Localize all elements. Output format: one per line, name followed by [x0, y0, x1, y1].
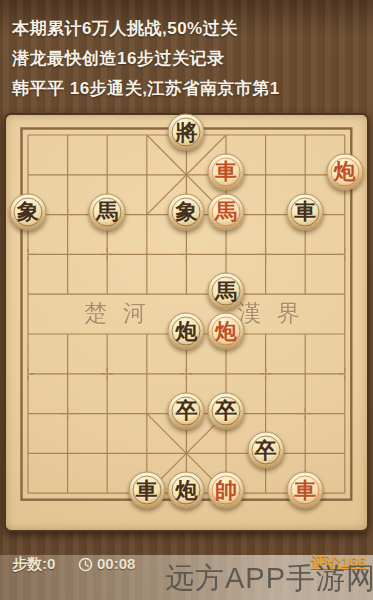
- piece-red-chariot-2[interactable]: 車: [287, 472, 324, 509]
- piece-label: 炮: [175, 479, 197, 501]
- challenge-info: 本期累计6万人挑战,50%过关 潜龙最快创造16步过关记录 韩平平 16步通关,…: [12, 14, 367, 104]
- piece-label: 車: [215, 161, 237, 183]
- piece-black-soldier-1[interactable]: 卒: [168, 392, 205, 429]
- timer-value: 00:08: [97, 555, 135, 572]
- piece-black-chariot-2[interactable]: 車: [128, 472, 165, 509]
- river-label-left: 楚河: [84, 299, 162, 329]
- piece-black-soldier-2[interactable]: 卒: [208, 392, 245, 429]
- piece-black-elephant-1[interactable]: 象: [10, 193, 47, 230]
- piece-label: 車: [136, 479, 158, 501]
- piece-label: 帥: [215, 479, 237, 501]
- piece-red-general[interactable]: 帥: [208, 472, 245, 509]
- piece-red-cannon-2[interactable]: 炮: [208, 313, 245, 350]
- piece-black-chariot-1[interactable]: 車: [287, 193, 324, 230]
- piece-black-cannon-2[interactable]: 炮: [168, 472, 205, 509]
- piece-black-horse-1[interactable]: 馬: [89, 193, 126, 230]
- challenge-stats-line: 本期累计6万人挑战,50%过关: [12, 14, 367, 44]
- piece-black-soldier-3[interactable]: 卒: [247, 432, 284, 469]
- piece-label: 車: [294, 479, 316, 501]
- piece-label: 馬: [96, 201, 118, 223]
- piece-black-general[interactable]: 將: [168, 114, 205, 151]
- watermark-text: 远方APP手游网: [165, 559, 373, 599]
- piece-label: 卒: [215, 400, 237, 422]
- piece-red-cannon-1[interactable]: 炮: [326, 153, 363, 190]
- app-screen: 本期累计6万人挑战,50%过关 潜龙最快创造16步过关记录 韩平平 16步通关,…: [0, 0, 373, 600]
- river-label-right: 漢界: [238, 299, 316, 329]
- piece-black-cannon-1[interactable]: 炮: [168, 313, 205, 350]
- piece-red-chariot-1[interactable]: 車: [208, 153, 245, 190]
- record-line: 潜龙最快创造16步过关记录: [12, 44, 367, 74]
- winner-line: 韩平平 16步通关,江苏省南京市第1: [12, 74, 367, 104]
- piece-label: 馬: [215, 201, 237, 223]
- piece-label: 車: [294, 201, 316, 223]
- piece-label: 卒: [175, 400, 197, 422]
- piece-black-horse-2[interactable]: 馬: [208, 273, 245, 310]
- steps-counter: 步数:0: [12, 555, 55, 574]
- piece-label: 象: [17, 201, 39, 223]
- piece-label: 象: [175, 201, 197, 223]
- piece-label: 炮: [175, 320, 197, 342]
- piece-label: 炮: [215, 320, 237, 342]
- clock-icon: [78, 557, 93, 572]
- piece-label: 卒: [255, 439, 277, 461]
- piece-black-elephant-2[interactable]: 象: [168, 193, 205, 230]
- piece-label: 將: [175, 121, 197, 143]
- piece-label: 炮: [334, 161, 356, 183]
- piece-label: 馬: [215, 280, 237, 302]
- piece-red-horse-1[interactable]: 馬: [208, 193, 245, 230]
